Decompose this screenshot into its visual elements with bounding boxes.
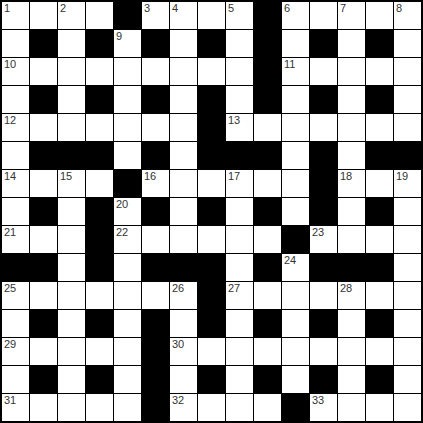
clue-number-8: 8 [396, 3, 402, 14]
blocked-cell-r11c13 [366, 310, 393, 337]
cell-r12c4[interactable] [114, 338, 141, 365]
cell-r3c14[interactable] [394, 86, 421, 113]
cell-r11c2[interactable] [58, 310, 85, 337]
blocked-cell-r5c5 [142, 142, 169, 169]
blocked-cell-r5c3 [86, 142, 113, 169]
cell-r14c4[interactable] [114, 394, 141, 421]
blocked-cell-r6c11 [310, 170, 337, 197]
cell-r10c8[interactable]: 27 [226, 282, 253, 309]
cell-r6c10[interactable] [282, 170, 309, 197]
cell-r0c3[interactable] [86, 2, 113, 29]
clue-number-4: 4 [172, 3, 178, 14]
blocked-cell-r8c3 [86, 226, 113, 253]
blocked-cell-r13c7 [198, 366, 225, 393]
cell-r4c5[interactable] [142, 114, 169, 141]
blocked-cell-r5c14 [394, 142, 421, 169]
cell-r0c12[interactable]: 7 [338, 2, 365, 29]
blocked-cell-r3c11 [310, 86, 337, 113]
cell-r12c0[interactable]: 29 [2, 338, 29, 365]
cell-r2c10[interactable]: 11 [282, 58, 309, 85]
cell-r10c10[interactable] [282, 282, 309, 309]
cell-r8c12[interactable] [338, 226, 365, 253]
cell-r6c9[interactable] [254, 170, 281, 197]
cell-r4c9[interactable] [254, 114, 281, 141]
cell-r0c1[interactable] [30, 2, 57, 29]
cell-r6c6[interactable] [170, 170, 197, 197]
blocked-cell-r5c8 [226, 142, 253, 169]
blocked-cell-r7c3 [86, 198, 113, 225]
cell-r5c0[interactable] [2, 142, 29, 169]
cell-r2c1[interactable] [30, 58, 57, 85]
cell-r12c1[interactable] [30, 338, 57, 365]
cell-r11c8[interactable] [226, 310, 253, 337]
cell-r8c4[interactable]: 22 [114, 226, 141, 253]
cell-r0c6[interactable]: 4 [170, 2, 197, 29]
blocked-cell-r5c13 [366, 142, 393, 169]
cell-r8c2[interactable] [58, 226, 85, 253]
blocked-cell-r3c3 [86, 86, 113, 113]
cell-r10c9[interactable] [254, 282, 281, 309]
blocked-cell-r9c1 [30, 254, 57, 281]
clue-number-2: 2 [60, 3, 66, 14]
blocked-cell-r11c9 [254, 310, 281, 337]
clue-number-32: 32 [172, 395, 184, 406]
blocked-cell-r1c9 [254, 30, 281, 57]
cell-r1c6[interactable] [170, 30, 197, 57]
blocked-cell-r9c13 [366, 254, 393, 281]
cell-r4c10[interactable] [282, 114, 309, 141]
cell-r11c4[interactable] [114, 310, 141, 337]
blocked-cell-r11c1 [30, 310, 57, 337]
cell-r12c13[interactable] [366, 338, 393, 365]
cell-r5c10[interactable] [282, 142, 309, 169]
blocked-cell-r9c12 [338, 254, 365, 281]
blocked-cell-r13c9 [254, 366, 281, 393]
cell-r0c0[interactable]: 1 [2, 2, 29, 29]
cell-r4c2[interactable] [58, 114, 85, 141]
crossword-grid: 1234567891011121314151617181920212223242… [0, 0, 423, 423]
blocked-cell-r5c7 [198, 142, 225, 169]
cell-r8c13[interactable] [366, 226, 393, 253]
blocked-cell-r9c11 [310, 254, 337, 281]
clue-number-10: 10 [4, 59, 16, 70]
cell-r6c8[interactable]: 17 [226, 170, 253, 197]
cell-r10c3[interactable] [86, 282, 113, 309]
blocked-cell-r3c13 [366, 86, 393, 113]
cell-r4c6[interactable] [170, 114, 197, 141]
blocked-cell-r9c7 [198, 254, 225, 281]
clue-number-5: 5 [228, 3, 234, 14]
blocked-cell-r9c6 [170, 254, 197, 281]
blocked-cell-r7c13 [366, 198, 393, 225]
cell-r9c2[interactable] [58, 254, 85, 281]
cell-r14c0[interactable]: 31 [2, 394, 29, 421]
cell-r2c11[interactable] [310, 58, 337, 85]
blocked-cell-r13c5 [142, 366, 169, 393]
cell-r14c6[interactable]: 32 [170, 394, 197, 421]
clue-number-24: 24 [284, 255, 296, 266]
cell-r0c7[interactable] [198, 2, 225, 29]
cell-r9c8[interactable] [226, 254, 253, 281]
blocked-cell-r4c7 [198, 114, 225, 141]
cell-r10c1[interactable] [30, 282, 57, 309]
blocked-cell-r7c7 [198, 198, 225, 225]
cell-r4c3[interactable] [86, 114, 113, 141]
blocked-cell-r5c9 [254, 142, 281, 169]
cell-r6c5[interactable]: 16 [142, 170, 169, 197]
cell-r0c14[interactable]: 8 [394, 2, 421, 29]
cell-r3c12[interactable] [338, 86, 365, 113]
cell-r4c1[interactable] [30, 114, 57, 141]
cell-r11c12[interactable] [338, 310, 365, 337]
cell-r10c4[interactable] [114, 282, 141, 309]
cell-r14c2[interactable] [58, 394, 85, 421]
blocked-cell-r6c4 [114, 170, 141, 197]
blocked-cell-r11c3 [86, 310, 113, 337]
cell-r0c2[interactable]: 2 [58, 2, 85, 29]
cell-r4c0[interactable]: 12 [2, 114, 29, 141]
cell-r14c8[interactable] [226, 394, 253, 421]
cell-r6c7[interactable] [198, 170, 225, 197]
cell-r5c6[interactable] [170, 142, 197, 169]
blocked-cell-r5c1 [30, 142, 57, 169]
clue-number-30: 30 [172, 339, 184, 350]
clue-number-1: 1 [4, 3, 10, 14]
cell-r11c0[interactable] [2, 310, 29, 337]
cell-r9c4[interactable] [114, 254, 141, 281]
cell-r3c2[interactable] [58, 86, 85, 113]
cell-r12c12[interactable] [338, 338, 365, 365]
cell-r6c2[interactable]: 15 [58, 170, 85, 197]
cell-r6c0[interactable]: 14 [2, 170, 29, 197]
cell-r3c8[interactable] [226, 86, 253, 113]
cell-r13c2[interactable] [58, 366, 85, 393]
cell-r6c14[interactable]: 19 [394, 170, 421, 197]
clue-number-22: 22 [116, 227, 128, 238]
cell-r7c4[interactable]: 20 [114, 198, 141, 225]
cell-r10c6[interactable]: 26 [170, 282, 197, 309]
blocked-cell-r5c2 [58, 142, 85, 169]
cell-r10c5[interactable] [142, 282, 169, 309]
cell-r14c12[interactable] [338, 394, 365, 421]
clue-number-7: 7 [340, 3, 346, 14]
blocked-cell-r0c4 [114, 2, 141, 29]
cell-r4c12[interactable] [338, 114, 365, 141]
blocked-cell-r7c9 [254, 198, 281, 225]
cell-r13c14[interactable] [394, 366, 421, 393]
cell-r12c10[interactable] [282, 338, 309, 365]
cell-r12c8[interactable] [226, 338, 253, 365]
cell-r14c11[interactable]: 33 [310, 394, 337, 421]
cell-r2c3[interactable] [86, 58, 113, 85]
cell-r2c8[interactable] [226, 58, 253, 85]
cell-r10c13[interactable] [366, 282, 393, 309]
cell-r6c13[interactable] [366, 170, 393, 197]
blocked-cell-r1c3 [86, 30, 113, 57]
blocked-cell-r13c11 [310, 366, 337, 393]
cell-r3c0[interactable] [2, 86, 29, 113]
clue-number-15: 15 [60, 171, 72, 182]
blocked-cell-r3c7 [198, 86, 225, 113]
cell-r11c10[interactable] [282, 310, 309, 337]
cell-r2c12[interactable] [338, 58, 365, 85]
clue-number-26: 26 [172, 283, 184, 294]
cell-r12c2[interactable] [58, 338, 85, 365]
cell-r7c6[interactable] [170, 198, 197, 225]
cell-r1c8[interactable] [226, 30, 253, 57]
clue-number-9: 9 [116, 31, 122, 42]
blocked-cell-r1c5 [142, 30, 169, 57]
cell-r0c8[interactable]: 5 [226, 2, 253, 29]
cell-r14c7[interactable] [198, 394, 225, 421]
blocked-cell-r11c7 [198, 310, 225, 337]
cell-r1c12[interactable] [338, 30, 365, 57]
blocked-cell-r3c1 [30, 86, 57, 113]
cell-r12c7[interactable] [198, 338, 225, 365]
cell-r14c1[interactable] [30, 394, 57, 421]
blocked-cell-r14c5 [142, 394, 169, 421]
blocked-cell-r10c7 [198, 282, 225, 309]
blocked-cell-r9c0 [2, 254, 29, 281]
cell-r6c12[interactable]: 18 [338, 170, 365, 197]
cell-r12c3[interactable] [86, 338, 113, 365]
cell-r8c5[interactable] [142, 226, 169, 253]
cell-r4c13[interactable] [366, 114, 393, 141]
cell-r0c5[interactable]: 3 [142, 2, 169, 29]
blocked-cell-r13c1 [30, 366, 57, 393]
cell-r8c14[interactable] [394, 226, 421, 253]
cell-r13c8[interactable] [226, 366, 253, 393]
cell-r1c2[interactable] [58, 30, 85, 57]
blocked-cell-r0c9 [254, 2, 281, 29]
clue-number-16: 16 [144, 171, 156, 182]
clue-number-29: 29 [4, 339, 16, 350]
clue-number-25: 25 [4, 283, 16, 294]
blocked-cell-r2c9 [254, 58, 281, 85]
cell-r10c2[interactable] [58, 282, 85, 309]
blocked-cell-r9c3 [86, 254, 113, 281]
blocked-cell-r3c9 [254, 86, 281, 113]
blocked-cell-r1c7 [198, 30, 225, 57]
cell-r12c14[interactable] [394, 338, 421, 365]
clue-number-12: 12 [4, 115, 16, 126]
cell-r9c10[interactable]: 24 [282, 254, 309, 281]
cell-r7c10[interactable] [282, 198, 309, 225]
cell-r14c3[interactable] [86, 394, 113, 421]
cell-r12c9[interactable] [254, 338, 281, 365]
cell-r13c6[interactable] [170, 366, 197, 393]
cell-r8c7[interactable] [198, 226, 225, 253]
blocked-cell-r9c5 [142, 254, 169, 281]
cell-r10c0[interactable]: 25 [2, 282, 29, 309]
cell-r2c13[interactable] [366, 58, 393, 85]
clue-number-6: 6 [284, 3, 290, 14]
cell-r1c4[interactable]: 9 [114, 30, 141, 57]
cell-r3c4[interactable] [114, 86, 141, 113]
blocked-cell-r5c11 [310, 142, 337, 169]
blocked-cell-r13c3 [86, 366, 113, 393]
clue-number-31: 31 [4, 395, 16, 406]
cell-r14c13[interactable] [366, 394, 393, 421]
cell-r13c10[interactable] [282, 366, 309, 393]
cell-r4c8[interactable]: 13 [226, 114, 253, 141]
cell-r4c14[interactable] [394, 114, 421, 141]
cell-r7c2[interactable] [58, 198, 85, 225]
cell-r9c14[interactable] [394, 254, 421, 281]
cell-r5c4[interactable] [114, 142, 141, 169]
blocked-cell-r7c1 [30, 198, 57, 225]
cell-r8c9[interactable] [254, 226, 281, 253]
clue-number-3: 3 [144, 3, 150, 14]
cell-r2c5[interactable] [142, 58, 169, 85]
cell-r8c6[interactable] [170, 226, 197, 253]
cell-r6c1[interactable] [30, 170, 57, 197]
clue-number-33: 33 [312, 395, 324, 406]
blocked-cell-r7c11 [310, 198, 337, 225]
cell-r7c12[interactable] [338, 198, 365, 225]
cell-r5c12[interactable] [338, 142, 365, 169]
cell-r1c14[interactable] [394, 30, 421, 57]
clue-number-21: 21 [4, 227, 16, 238]
cell-r2c4[interactable] [114, 58, 141, 85]
clue-number-20: 20 [116, 199, 128, 210]
clue-number-27: 27 [228, 283, 240, 294]
clue-number-28: 28 [340, 283, 352, 294]
cell-r10c12[interactable]: 28 [338, 282, 365, 309]
cell-r4c4[interactable] [114, 114, 141, 141]
cell-r2c2[interactable] [58, 58, 85, 85]
cell-r3c6[interactable] [170, 86, 197, 113]
clue-number-18: 18 [340, 171, 352, 182]
cell-r4c11[interactable] [310, 114, 337, 141]
cell-r10c14[interactable] [394, 282, 421, 309]
cell-r2c7[interactable] [198, 58, 225, 85]
cell-r6c3[interactable] [86, 170, 113, 197]
cell-r7c8[interactable] [226, 198, 253, 225]
clue-number-19: 19 [396, 171, 408, 182]
blocked-cell-r7c5 [142, 198, 169, 225]
cell-r13c12[interactable] [338, 366, 365, 393]
cell-r2c0[interactable]: 10 [2, 58, 29, 85]
cell-r8c8[interactable] [226, 226, 253, 253]
cell-r1c10[interactable] [282, 30, 309, 57]
blocked-cell-r9c9 [254, 254, 281, 281]
blocked-cell-r13c13 [366, 366, 393, 393]
cell-r11c14[interactable] [394, 310, 421, 337]
cell-r0c11[interactable] [310, 2, 337, 29]
cell-r13c0[interactable] [2, 366, 29, 393]
clue-number-17: 17 [228, 171, 240, 182]
blocked-cell-r8c10 [282, 226, 309, 253]
cell-r12c6[interactable]: 30 [170, 338, 197, 365]
cell-r8c11[interactable]: 23 [310, 226, 337, 253]
cell-r2c14[interactable] [394, 58, 421, 85]
blocked-cell-r14c10 [282, 394, 309, 421]
cell-r10c11[interactable] [310, 282, 337, 309]
clue-number-23: 23 [312, 227, 324, 238]
cell-r7c14[interactable] [394, 198, 421, 225]
cell-r1c0[interactable] [2, 30, 29, 57]
cell-r12c11[interactable] [310, 338, 337, 365]
cell-r8c0[interactable]: 21 [2, 226, 29, 253]
blocked-cell-r11c11 [310, 310, 337, 337]
cell-r7c0[interactable] [2, 198, 29, 225]
cell-r14c14[interactable] [394, 394, 421, 421]
cell-r13c4[interactable] [114, 366, 141, 393]
blocked-cell-r11c5 [142, 310, 169, 337]
blocked-cell-r1c13 [366, 30, 393, 57]
blocked-cell-r1c1 [30, 30, 57, 57]
cell-r3c10[interactable] [282, 86, 309, 113]
clue-number-11: 11 [284, 59, 295, 70]
cell-r2c6[interactable] [170, 58, 197, 85]
cell-r0c10[interactable]: 6 [282, 2, 309, 29]
clue-number-14: 14 [4, 171, 16, 182]
cell-r14c9[interactable] [254, 394, 281, 421]
cell-r8c1[interactable] [30, 226, 57, 253]
cell-r0c13[interactable] [366, 2, 393, 29]
clue-number-13: 13 [228, 115, 240, 126]
cell-r11c6[interactable] [170, 310, 197, 337]
blocked-cell-r1c11 [310, 30, 337, 57]
blocked-cell-r3c5 [142, 86, 169, 113]
blocked-cell-r12c5 [142, 338, 169, 365]
